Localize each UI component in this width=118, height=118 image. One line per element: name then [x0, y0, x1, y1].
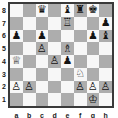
white-king[interactable]: ♔ [88, 94, 98, 106]
rank-label-2: 2 [0, 81, 8, 94]
file-label-c: c [36, 108, 49, 118]
square-g6[interactable]: ♟ [87, 30, 100, 43]
white-pawn[interactable]: ♙ [11, 81, 21, 93]
square-c1[interactable] [36, 93, 49, 106]
file-label-e: e [61, 108, 74, 118]
square-c4[interactable] [36, 55, 49, 68]
square-b3[interactable] [23, 68, 36, 81]
white-pawn[interactable]: ♙ [24, 81, 34, 93]
square-d4[interactable]: ♙ [48, 55, 61, 68]
square-a5[interactable] [10, 42, 23, 55]
square-g3[interactable] [87, 68, 100, 81]
file-label-d: d [48, 108, 61, 118]
square-d3[interactable] [48, 68, 61, 81]
square-e4[interactable]: ♟ [61, 55, 74, 68]
square-f5[interactable] [74, 42, 87, 55]
square-h4[interactable] [99, 55, 112, 68]
black-pawn[interactable]: ♟ [62, 55, 72, 67]
square-a3[interactable] [10, 68, 23, 81]
square-e7[interactable]: ♖ [61, 17, 74, 30]
square-h2[interactable]: ♙ [99, 81, 112, 94]
square-b7[interactable] [23, 17, 36, 30]
square-c3[interactable] [36, 68, 49, 81]
square-a2[interactable]: ♙ [10, 81, 23, 94]
square-f2[interactable]: ♙ [74, 81, 87, 94]
square-c5[interactable]: ♙ [36, 42, 49, 55]
rank-label-3: 3 [0, 68, 8, 81]
rank-label-4: 4 [0, 55, 8, 68]
file-label-g: g [87, 108, 100, 118]
square-b5[interactable] [23, 42, 36, 55]
square-b2[interactable]: ♙ [23, 81, 36, 94]
square-c7[interactable] [36, 17, 49, 30]
square-a6[interactable]: ♟ [10, 30, 23, 43]
black-pawn[interactable]: ♟ [11, 30, 21, 42]
square-a8[interactable] [10, 4, 23, 17]
square-d6[interactable] [48, 30, 61, 43]
square-c2[interactable] [36, 81, 49, 94]
square-d2[interactable] [48, 81, 61, 94]
square-f3[interactable]: ♘ [74, 68, 87, 81]
square-g7[interactable] [87, 17, 100, 30]
square-a4[interactable]: ♕ [10, 55, 23, 68]
square-e8[interactable]: ♝ [61, 4, 74, 17]
corner-spacer [0, 108, 8, 118]
square-e5[interactable]: ♗ [61, 42, 74, 55]
square-f7[interactable] [74, 17, 87, 30]
white-pawn[interactable]: ♙ [101, 81, 111, 93]
chess-board: ♛♝♜♚♖♟♟♟♟♝♙♗♕♙♟♘♙♙♙♙♙♔ [8, 2, 114, 108]
square-f6[interactable] [74, 30, 87, 43]
black-queen[interactable]: ♛ [37, 4, 47, 16]
square-e6[interactable] [61, 30, 74, 43]
file-label-f: f [74, 108, 87, 118]
square-h3[interactable] [99, 68, 112, 81]
white-pawn[interactable]: ♙ [75, 81, 85, 93]
chess-diagram: 87654321 ♛♝♜♚♖♟♟♟♟♝♙♗♕♙♟♘♙♙♙♙♙♔ abcdefgh [0, 0, 118, 118]
square-e1[interactable] [61, 93, 74, 106]
white-rook[interactable]: ♖ [62, 17, 72, 29]
rank-label-5: 5 [0, 42, 8, 55]
square-h1[interactable] [99, 93, 112, 106]
square-b8[interactable] [23, 4, 36, 17]
square-h8[interactable] [99, 4, 112, 17]
file-label-h: h [99, 108, 112, 118]
rank-label-1: 1 [0, 93, 8, 106]
square-e3[interactable] [61, 68, 74, 81]
square-g1[interactable]: ♔ [87, 93, 100, 106]
white-pawn[interactable]: ♙ [37, 43, 47, 55]
square-g2[interactable]: ♙ [87, 81, 100, 94]
square-e2[interactable] [61, 81, 74, 94]
black-pawn[interactable]: ♟ [101, 17, 111, 29]
square-h5[interactable] [99, 42, 112, 55]
black-rook[interactable]: ♜ [75, 4, 85, 16]
square-d8[interactable] [48, 4, 61, 17]
square-c6[interactable]: ♟ [36, 30, 49, 43]
square-h6[interactable]: ♝ [99, 30, 112, 43]
white-pawn[interactable]: ♙ [50, 55, 60, 67]
black-king[interactable]: ♚ [88, 4, 98, 16]
square-b6[interactable] [23, 30, 36, 43]
white-pawn[interactable]: ♙ [88, 81, 98, 93]
black-pawn[interactable]: ♟ [88, 30, 98, 42]
white-knight[interactable]: ♘ [75, 68, 85, 80]
square-g4[interactable] [87, 55, 100, 68]
square-c8[interactable]: ♛ [36, 4, 49, 17]
file-label-b: b [23, 108, 36, 118]
black-bishop[interactable]: ♝ [101, 30, 111, 42]
square-h7[interactable]: ♟ [99, 17, 112, 30]
square-b1[interactable] [23, 93, 36, 106]
square-d1[interactable] [48, 93, 61, 106]
square-b4[interactable] [23, 55, 36, 68]
black-pawn[interactable]: ♟ [37, 30, 47, 42]
white-queen[interactable]: ♕ [11, 55, 21, 67]
square-g8[interactable]: ♚ [87, 4, 100, 17]
square-d7[interactable] [48, 17, 61, 30]
black-bishop[interactable]: ♝ [62, 4, 72, 16]
square-g5[interactable] [87, 42, 100, 55]
rank-label-8: 8 [0, 4, 8, 17]
square-f8[interactable]: ♜ [74, 4, 87, 17]
square-a7[interactable] [10, 17, 23, 30]
file-label-a: a [10, 108, 23, 118]
square-a1[interactable] [10, 93, 23, 106]
rank-labels: 87654321 [0, 2, 8, 108]
square-f1[interactable] [74, 93, 87, 106]
white-bishop[interactable]: ♗ [62, 43, 72, 55]
rank-label-7: 7 [0, 17, 8, 30]
file-labels: abcdefgh [8, 108, 114, 118]
rank-label-6: 6 [0, 30, 8, 43]
square-f4[interactable] [74, 55, 87, 68]
square-d5[interactable] [48, 42, 61, 55]
